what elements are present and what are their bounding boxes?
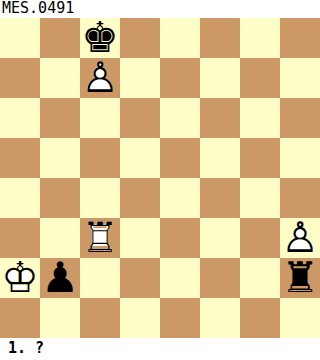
square-g8[interactable]: [240, 18, 280, 58]
square-g6[interactable]: [240, 98, 280, 138]
square-e6[interactable]: [160, 98, 200, 138]
square-d6[interactable]: [120, 98, 160, 138]
square-e2[interactable]: [160, 258, 200, 298]
square-f6[interactable]: [200, 98, 240, 138]
king-fill-glyph: ♚: [80, 18, 120, 58]
white-pawn-c7[interactable]: ♟♙: [80, 58, 120, 98]
square-h5[interactable]: [280, 138, 320, 178]
square-c1[interactable]: [80, 298, 120, 338]
square-f4[interactable]: [200, 178, 240, 218]
square-d3[interactable]: [120, 218, 160, 258]
square-a2[interactable]: ♚♔: [0, 258, 40, 298]
square-b3[interactable]: [40, 218, 80, 258]
square-b4[interactable]: [40, 178, 80, 218]
square-g5[interactable]: [240, 138, 280, 178]
square-h4[interactable]: [280, 178, 320, 218]
black-rook-h2[interactable]: ♜: [280, 258, 320, 298]
square-a1[interactable]: [0, 298, 40, 338]
square-c8[interactable]: ♚: [80, 18, 120, 58]
square-a3[interactable]: [0, 218, 40, 258]
square-d4[interactable]: [120, 178, 160, 218]
square-d5[interactable]: [120, 138, 160, 178]
square-d8[interactable]: [120, 18, 160, 58]
square-a4[interactable]: [0, 178, 40, 218]
square-e1[interactable]: [160, 298, 200, 338]
square-b1[interactable]: [40, 298, 80, 338]
chess-puzzle-page: MES.0491 ♚♟♙♜♖♟♙♚♔♟♜ 1. ?: [0, 0, 320, 360]
square-g4[interactable]: [240, 178, 280, 218]
white-rook-c3[interactable]: ♜♖: [80, 218, 120, 258]
square-e4[interactable]: [160, 178, 200, 218]
square-a8[interactable]: [0, 18, 40, 58]
square-e8[interactable]: [160, 18, 200, 58]
square-b6[interactable]: [40, 98, 80, 138]
square-h7[interactable]: [280, 58, 320, 98]
square-e5[interactable]: [160, 138, 200, 178]
square-c3[interactable]: ♜♖: [80, 218, 120, 258]
square-f5[interactable]: [200, 138, 240, 178]
square-e7[interactable]: [160, 58, 200, 98]
square-g7[interactable]: [240, 58, 280, 98]
square-a7[interactable]: [0, 58, 40, 98]
square-b2[interactable]: ♟: [40, 258, 80, 298]
square-c4[interactable]: [80, 178, 120, 218]
square-f7[interactable]: [200, 58, 240, 98]
puzzle-id: MES.0491: [0, 0, 320, 18]
square-c6[interactable]: [80, 98, 120, 138]
rook-fill-glyph: ♜: [280, 258, 320, 298]
square-g1[interactable]: [240, 298, 280, 338]
square-g2[interactable]: [240, 258, 280, 298]
pawn-outline-glyph: ♙: [80, 58, 120, 98]
rook-outline-glyph: ♖: [80, 218, 120, 258]
chess-board: ♚♟♙♜♖♟♙♚♔♟♜: [0, 18, 320, 338]
square-f1[interactable]: [200, 298, 240, 338]
square-a5[interactable]: [0, 138, 40, 178]
square-a6[interactable]: [0, 98, 40, 138]
square-h8[interactable]: [280, 18, 320, 58]
pawn-outline-glyph: ♙: [280, 218, 320, 258]
square-f2[interactable]: [200, 258, 240, 298]
pawn-fill-glyph: ♟: [40, 258, 80, 298]
move-prompt: 1. ?: [0, 338, 320, 360]
square-c2[interactable]: [80, 258, 120, 298]
square-b8[interactable]: [40, 18, 80, 58]
square-h6[interactable]: [280, 98, 320, 138]
square-d1[interactable]: [120, 298, 160, 338]
square-f3[interactable]: [200, 218, 240, 258]
white-king-a2[interactable]: ♚♔: [0, 258, 40, 298]
square-c7[interactable]: ♟♙: [80, 58, 120, 98]
square-b5[interactable]: [40, 138, 80, 178]
square-d7[interactable]: [120, 58, 160, 98]
square-c5[interactable]: [80, 138, 120, 178]
square-h1[interactable]: [280, 298, 320, 338]
square-f8[interactable]: [200, 18, 240, 58]
black-pawn-b2[interactable]: ♟: [40, 258, 80, 298]
king-outline-glyph: ♔: [0, 258, 40, 298]
square-e3[interactable]: [160, 218, 200, 258]
black-king-c8[interactable]: ♚: [80, 18, 120, 58]
square-h2[interactable]: ♜: [280, 258, 320, 298]
white-pawn-h3[interactable]: ♟♙: [280, 218, 320, 258]
square-h3[interactable]: ♟♙: [280, 218, 320, 258]
square-d2[interactable]: [120, 258, 160, 298]
square-b7[interactable]: [40, 58, 80, 98]
square-g3[interactable]: [240, 218, 280, 258]
